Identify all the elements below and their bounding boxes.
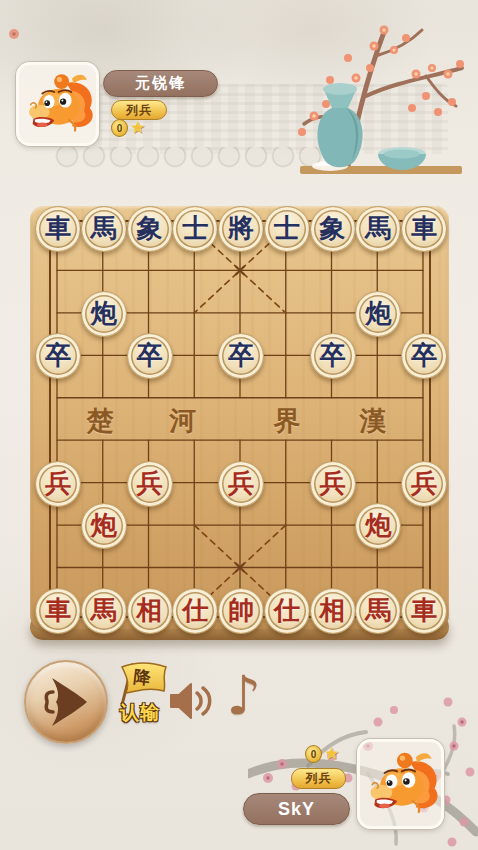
piece-black-卒[interactable]: 卒 (218, 333, 264, 379)
piece-red-炮[interactable]: 炮 (81, 503, 127, 549)
piece-black-車[interactable]: 車 (35, 206, 81, 252)
piece-black-卒[interactable]: 卒 (401, 333, 447, 379)
piece-black-車[interactable]: 車 (401, 206, 447, 252)
piece-red-兵[interactable]: 兵 (401, 461, 447, 507)
piece-red-仕[interactable]: 仕 (172, 588, 218, 634)
piece-black-象[interactable]: 象 (310, 206, 356, 252)
piece-red-兵[interactable]: 兵 (218, 461, 264, 507)
piece-black-炮[interactable]: 炮 (81, 291, 127, 337)
pieces-layer: 車馬象士將士象馬車炮炮卒卒卒卒卒兵兵兵兵兵炮炮車馬相仕帥仕相馬車 (30, 206, 449, 629)
star-icon: ★ (130, 120, 145, 136)
blossom-decoration (4, 24, 26, 46)
player-avatar[interactable] (357, 739, 444, 829)
piece-red-仕[interactable]: 仕 (264, 588, 310, 634)
speaker-icon (168, 681, 214, 721)
piece-black-象[interactable]: 象 (127, 206, 173, 252)
piece-black-馬[interactable]: 馬 (81, 206, 127, 252)
music-toggle-button[interactable]: ♪ (221, 667, 267, 725)
piece-black-卒[interactable]: 卒 (35, 333, 81, 379)
piece-red-炮[interactable]: 炮 (355, 503, 401, 549)
piece-black-士[interactable]: 士 (172, 206, 218, 252)
opponent-avatar[interactable] (16, 62, 99, 146)
piece-red-兵[interactable]: 兵 (127, 461, 173, 507)
piece-red-兵[interactable]: 兵 (35, 461, 81, 507)
player-name: SkY (243, 793, 350, 825)
player-stars: 0 ★ (305, 745, 339, 763)
sound-toggle-button[interactable] (168, 681, 214, 721)
piece-black-將[interactable]: 將 (218, 206, 264, 252)
piece-black-馬[interactable]: 馬 (355, 206, 401, 252)
piece-red-相[interactable]: 相 (310, 588, 356, 634)
opponent-rank-label: 列兵 (126, 102, 152, 119)
piece-black-士[interactable]: 士 (264, 206, 310, 252)
player-name-label: SkY (278, 799, 315, 820)
piece-red-馬[interactable]: 馬 (355, 588, 401, 634)
piece-red-相[interactable]: 相 (127, 588, 173, 634)
surrender-button[interactable]: 降 认输 (108, 661, 172, 729)
opponent-name-label: 元锐锋 (135, 74, 186, 93)
piece-black-卒[interactable]: 卒 (127, 333, 173, 379)
surrender-flag-char: 降 (127, 664, 158, 690)
piece-red-車[interactable]: 車 (35, 588, 81, 634)
piece-red-車[interactable]: 車 (401, 588, 447, 634)
roof-tiles-decoration (54, 147, 354, 173)
piece-red-馬[interactable]: 馬 (81, 588, 127, 634)
game-screen: 元锐锋 列兵 0 ★ 楚 河 界 漢 車馬象士將士象馬車炮炮卒卒卒卒卒兵兵兵兵兵… (0, 0, 478, 850)
surrender-label: 认输 (102, 700, 178, 726)
piece-red-兵[interactable]: 兵 (310, 461, 356, 507)
piece-black-卒[interactable]: 卒 (310, 333, 356, 379)
player-rank-badge: 列兵 (291, 768, 346, 789)
music-note-icon: ♪ (227, 664, 261, 727)
coin-icon: 0 (305, 745, 322, 763)
piece-black-炮[interactable]: 炮 (355, 291, 401, 337)
opponent-stars: 0 ★ (111, 119, 145, 137)
stylized-arrow-icon (26, 662, 106, 742)
opponent-name: 元锐锋 (103, 70, 218, 97)
xiangqi-board[interactable]: 楚 河 界 漢 車馬象士將士象馬車炮炮卒卒卒卒卒兵兵兵兵兵炮炮車馬相仕帥仕相馬車 (30, 206, 449, 629)
piece-red-帥[interactable]: 帥 (218, 588, 264, 634)
opponent-rank-badge: 列兵 (111, 100, 167, 120)
star-icon: ★ (324, 746, 339, 762)
menu-arrow-button[interactable] (24, 660, 108, 744)
player-rank-label: 列兵 (306, 770, 332, 787)
coin-icon: 0 (111, 119, 128, 137)
